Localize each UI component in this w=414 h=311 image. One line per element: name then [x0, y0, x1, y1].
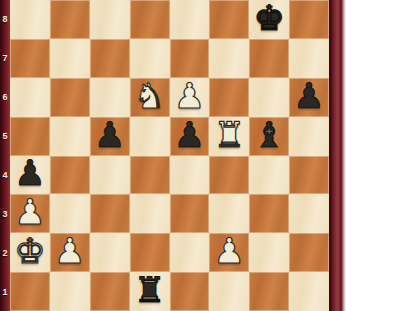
square-d8[interactable] — [130, 0, 170, 39]
white-knight[interactable]: ♞ — [134, 79, 165, 114]
white-pawn[interactable]: ♟ — [54, 234, 85, 269]
square-g4[interactable] — [249, 156, 289, 195]
square-g7[interactable] — [249, 39, 289, 78]
square-f4[interactable] — [209, 156, 249, 195]
square-e3[interactable] — [170, 194, 210, 233]
square-d2[interactable] — [130, 233, 170, 272]
square-b1[interactable] — [50, 272, 90, 311]
square-d3[interactable] — [130, 194, 170, 233]
black-bishop[interactable]: ♝ — [253, 118, 284, 153]
square-f7[interactable] — [209, 39, 249, 78]
square-h5[interactable] — [289, 117, 329, 156]
square-h4[interactable] — [289, 156, 329, 195]
square-b7[interactable] — [50, 39, 90, 78]
square-g5[interactable]: ♝ — [249, 117, 289, 156]
square-f6[interactable] — [209, 78, 249, 117]
black-pawn[interactable]: ♟ — [174, 118, 205, 153]
square-e6[interactable]: ♟ — [170, 78, 210, 117]
square-c4[interactable] — [90, 156, 130, 195]
rank-label-6: 6 — [0, 78, 10, 117]
square-c8[interactable] — [90, 0, 130, 39]
square-h2[interactable] — [289, 233, 329, 272]
square-d4[interactable] — [130, 156, 170, 195]
square-a5[interactable] — [10, 117, 50, 156]
white-rook[interactable]: ♜ — [214, 118, 245, 153]
chess-board: ♚♞♟♟♟♟♜♝♟♟♚♟♟♜ — [10, 0, 329, 311]
square-c2[interactable] — [90, 233, 130, 272]
square-d1[interactable]: ♜ — [130, 272, 170, 311]
square-g3[interactable] — [249, 194, 289, 233]
square-d5[interactable] — [130, 117, 170, 156]
white-pawn[interactable]: ♟ — [14, 195, 45, 230]
rank-label-2: 2 — [0, 233, 10, 272]
square-b4[interactable] — [50, 156, 90, 195]
square-e1[interactable] — [170, 272, 210, 311]
square-g8[interactable]: ♚ — [249, 0, 289, 39]
square-g6[interactable] — [249, 78, 289, 117]
square-a3[interactable]: ♟ — [10, 194, 50, 233]
square-f8[interactable] — [209, 0, 249, 39]
black-rook[interactable]: ♜ — [134, 273, 165, 308]
white-king[interactable]: ♚ — [14, 234, 45, 269]
square-e2[interactable] — [170, 233, 210, 272]
square-f1[interactable] — [209, 272, 249, 311]
rank-label-1: 1 — [0, 272, 10, 311]
square-c5[interactable]: ♟ — [90, 117, 130, 156]
square-a1[interactable] — [10, 272, 50, 311]
board-frame-right — [329, 0, 346, 311]
square-e4[interactable] — [170, 156, 210, 195]
square-a6[interactable] — [10, 78, 50, 117]
square-c3[interactable] — [90, 194, 130, 233]
square-a8[interactable] — [10, 0, 50, 39]
square-b5[interactable] — [50, 117, 90, 156]
black-pawn[interactable]: ♟ — [293, 79, 324, 114]
square-b8[interactable] — [50, 0, 90, 39]
square-d6[interactable]: ♞ — [130, 78, 170, 117]
rank-label-8: 8 — [0, 0, 10, 39]
square-b3[interactable] — [50, 194, 90, 233]
square-c7[interactable] — [90, 39, 130, 78]
square-h8[interactable] — [289, 0, 329, 39]
square-h7[interactable] — [289, 39, 329, 78]
square-c6[interactable] — [90, 78, 130, 117]
white-pawn[interactable]: ♟ — [214, 234, 245, 269]
square-h1[interactable] — [289, 272, 329, 311]
chess-board-screenshot: 87654321 ♚♞♟♟♟♟♜♝♟♟♚♟♟♜ — [0, 0, 414, 311]
square-f3[interactable] — [209, 194, 249, 233]
square-g2[interactable] — [249, 233, 289, 272]
square-b2[interactable]: ♟ — [50, 233, 90, 272]
square-g1[interactable] — [249, 272, 289, 311]
square-a2[interactable]: ♚ — [10, 233, 50, 272]
black-pawn[interactable]: ♟ — [14, 156, 45, 191]
square-a4[interactable]: ♟ — [10, 156, 50, 195]
square-e5[interactable]: ♟ — [170, 117, 210, 156]
board-frame-left: 87654321 — [0, 0, 10, 311]
square-e8[interactable] — [170, 0, 210, 39]
black-king[interactable]: ♚ — [253, 1, 284, 36]
rank-label-4: 4 — [0, 156, 10, 195]
square-c1[interactable] — [90, 272, 130, 311]
rank-label-7: 7 — [0, 39, 10, 78]
square-f5[interactable]: ♜ — [209, 117, 249, 156]
square-d7[interactable] — [130, 39, 170, 78]
white-pawn[interactable]: ♟ — [174, 79, 205, 114]
square-a7[interactable] — [10, 39, 50, 78]
square-f2[interactable]: ♟ — [209, 233, 249, 272]
black-pawn[interactable]: ♟ — [94, 118, 125, 153]
square-h3[interactable] — [289, 194, 329, 233]
rank-label-3: 3 — [0, 194, 10, 233]
square-e7[interactable] — [170, 39, 210, 78]
square-h6[interactable]: ♟ — [289, 78, 329, 117]
rank-label-5: 5 — [0, 117, 10, 156]
square-b6[interactable] — [50, 78, 90, 117]
